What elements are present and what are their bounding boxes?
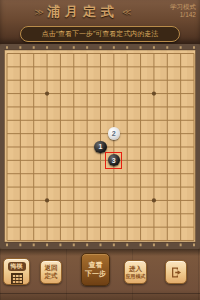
- black-stone-3: 3: [107, 154, 120, 167]
- view-next-label-2: 下一步: [85, 270, 106, 279]
- mini-board-icon: [11, 273, 23, 284]
- hint-banner: 点击“查看下一步”可查看定式内的走法: [20, 26, 180, 42]
- top-bar: ≫ 浦月定式 ≪ 学习模式 1/142 点击“查看下一步”可查看定式内的走法: [0, 0, 200, 44]
- return-joseki-button[interactable]: 返回 定式: [40, 260, 62, 284]
- mode-box: 学习模式 1/142: [170, 3, 196, 20]
- apply-mode-label-1: 进入: [129, 265, 142, 273]
- title-ornament-right-icon: ≪: [122, 8, 131, 17]
- bottom-toolbar: 悔棋 返回 定式 查看 下一步 进入 应用模式: [0, 249, 200, 300]
- undo-button-badge: 悔棋: [8, 262, 26, 271]
- enter-apply-mode-button[interactable]: 进入 应用模式: [124, 260, 147, 284]
- title-ornament-left-icon: ≫: [35, 8, 44, 17]
- white-stone-2: 2: [107, 127, 120, 140]
- return-joseki-label-1: 返回: [45, 264, 58, 272]
- undo-button[interactable]: 悔棋: [3, 258, 30, 285]
- return-joseki-label-2: 定式: [45, 272, 58, 280]
- exit-button[interactable]: [165, 260, 187, 284]
- view-next-label-1: 查看: [89, 261, 103, 270]
- exit-door-icon: [170, 266, 183, 279]
- go-board[interactable]: 123: [0, 44, 200, 249]
- apply-mode-label-2: 应用模式: [126, 273, 146, 279]
- progress-counter: 1/142: [170, 11, 196, 19]
- joseki-trainer-app: ≫ 浦月定式 ≪ 学习模式 1/142 点击“查看下一步”可查看定式内的走法: [0, 0, 200, 300]
- title-row: ≫ 浦月定式 ≪ 学习模式 1/142: [0, 0, 200, 24]
- hint-banner-text: 点击“查看下一步”可查看定式内的走法: [42, 29, 159, 39]
- stones-layer: 123: [0, 47, 200, 247]
- mode-label: 学习模式: [170, 3, 196, 11]
- view-next-step-button[interactable]: 查看 下一步: [81, 253, 110, 286]
- page-title: 浦月定式: [47, 3, 119, 21]
